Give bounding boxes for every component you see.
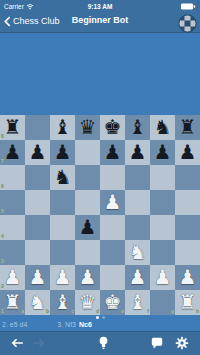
square-b6[interactable]	[25, 165, 50, 190]
square-e7[interactable]: ♟	[100, 140, 125, 165]
chess-board: ♜8♝♛♚♝♞♜♟7♟♟♟♟♟♟6♞5♟4♟3♞♟2♟♟♟♟♟♟♜1a♞b♝c♛…	[0, 115, 200, 315]
rank-label: 8	[1, 134, 4, 139]
file-label: h	[196, 309, 199, 314]
square-e6[interactable]	[100, 165, 125, 190]
piece-black-pawn[interactable]: ♟	[100, 140, 125, 165]
chess-app-screen: Carrier 9:13 AM Chess Club	[0, 0, 200, 355]
gear-icon	[175, 336, 189, 350]
piece-white-pawn[interactable]: ♟	[150, 265, 175, 290]
square-f5[interactable]	[125, 190, 150, 215]
square-b2[interactable]: ♟	[25, 265, 50, 290]
checkered-board-icon	[178, 14, 197, 33]
square-h1[interactable]: ♜h	[175, 290, 200, 315]
square-c4[interactable]	[50, 215, 75, 240]
square-a8[interactable]: ♜8	[0, 115, 25, 140]
piece-white-pawn[interactable]: ♟	[175, 265, 200, 290]
carrier-group: Carrier	[4, 3, 68, 10]
rank-label: 1	[1, 309, 4, 314]
piece-black-knight[interactable]: ♞	[150, 115, 175, 140]
chevron-left-icon	[4, 16, 11, 27]
rank-label: 2	[1, 284, 4, 289]
chat-button[interactable]	[147, 332, 167, 354]
square-c2[interactable]: ♟	[50, 265, 75, 290]
square-h6[interactable]	[175, 165, 200, 190]
square-b4[interactable]	[25, 215, 50, 240]
bottom-toolbar	[0, 331, 200, 355]
move-entry[interactable]: 3. Nf3Nc6	[57, 319, 92, 330]
file-label: c	[71, 309, 74, 314]
square-b1[interactable]: ♞b	[25, 290, 50, 315]
piece-black-pawn[interactable]: ♟	[25, 140, 50, 165]
square-b7[interactable]: ♟	[25, 140, 50, 165]
file-label: d	[96, 309, 99, 314]
square-f8[interactable]: ♝	[125, 115, 150, 140]
current-move-text: Nc6	[79, 321, 92, 328]
nav-bar: Chess Club Beginner Bot	[0, 12, 200, 34]
piece-black-pawn[interactable]: ♟	[75, 215, 100, 240]
move-list: 2. e5 d43. Nf3Nc6	[2, 319, 200, 330]
piece-black-pawn[interactable]: ♟	[150, 140, 175, 165]
square-h2[interactable]: ♟	[175, 265, 200, 290]
square-d5[interactable]	[75, 190, 100, 215]
file-label: b	[46, 309, 49, 314]
square-a6[interactable]: 6	[0, 165, 25, 190]
square-h5[interactable]	[175, 190, 200, 215]
square-g4[interactable]	[150, 215, 175, 240]
rank-label: 5	[1, 209, 4, 214]
piece-black-queen[interactable]: ♛	[75, 115, 100, 140]
page-title: Beginner Bot	[30, 15, 170, 25]
file-label: a	[21, 309, 24, 314]
square-g6[interactable]	[150, 165, 175, 190]
carrier-label: Carrier	[4, 3, 24, 10]
piece-black-rook[interactable]: ♜	[175, 115, 200, 140]
square-d4[interactable]: ♟	[75, 215, 100, 240]
move-text: 2. e5 d4	[2, 321, 27, 328]
piece-black-pawn[interactable]: ♟	[50, 140, 75, 165]
square-a5[interactable]: 5	[0, 190, 25, 215]
square-f2[interactable]: ♟	[125, 265, 150, 290]
square-b8[interactable]	[25, 115, 50, 140]
square-d3[interactable]	[75, 240, 100, 265]
square-h8[interactable]: ♜	[175, 115, 200, 140]
piece-black-bishop[interactable]: ♝	[50, 115, 75, 140]
square-g8[interactable]: ♞	[150, 115, 175, 140]
battery-group	[132, 3, 196, 10]
piece-white-pawn[interactable]: ♟	[25, 265, 50, 290]
square-h7[interactable]: ♟	[175, 140, 200, 165]
piece-white-pawn[interactable]: ♟	[125, 265, 150, 290]
move-back-button[interactable]	[7, 332, 27, 354]
square-d8[interactable]: ♛	[75, 115, 100, 140]
square-d7[interactable]	[75, 140, 100, 165]
board-theme-button[interactable]	[178, 14, 197, 33]
move-forward-button[interactable]	[29, 332, 49, 354]
piece-black-knight[interactable]: ♞	[50, 165, 75, 190]
piece-black-pawn[interactable]: ♟	[125, 140, 150, 165]
arrow-right-icon	[32, 338, 46, 348]
piece-white-pawn[interactable]: ♟	[75, 265, 100, 290]
file-label: f	[147, 309, 149, 314]
rank-label: 7	[1, 159, 4, 164]
square-c1[interactable]: ♝c	[50, 290, 75, 315]
settings-button[interactable]	[172, 332, 192, 354]
square-e1[interactable]: ♚e	[100, 290, 125, 315]
lightbulb-icon	[98, 336, 109, 350]
piece-black-king[interactable]: ♚	[100, 115, 125, 140]
square-a1[interactable]: ♜1a	[0, 290, 25, 315]
square-c6[interactable]: ♞	[50, 165, 75, 190]
square-g1[interactable]: g	[150, 290, 175, 315]
hint-button[interactable]	[93, 332, 113, 354]
status-bar: Carrier 9:13 AM	[0, 0, 200, 12]
square-f1[interactable]: ♝f	[125, 290, 150, 315]
rank-label: 4	[1, 234, 4, 239]
square-c7[interactable]: ♟	[50, 140, 75, 165]
square-e4[interactable]	[100, 215, 125, 240]
square-g5[interactable]	[150, 190, 175, 215]
square-g7[interactable]: ♟	[150, 140, 175, 165]
square-f6[interactable]	[125, 165, 150, 190]
square-b5[interactable]	[25, 190, 50, 215]
wifi-icon	[26, 3, 34, 10]
speech-bubble-icon	[150, 337, 164, 350]
square-e3[interactable]	[100, 240, 125, 265]
piece-white-knight[interactable]: ♞	[125, 240, 150, 265]
move-text: 3. Nf3	[57, 321, 76, 328]
move-entry[interactable]: 2. e5 d4	[2, 319, 27, 330]
square-e8[interactable]: ♚	[100, 115, 125, 140]
square-a7[interactable]: ♟7	[0, 140, 25, 165]
square-a3[interactable]: 3	[0, 240, 25, 265]
square-f3[interactable]: ♞	[125, 240, 150, 265]
square-d2[interactable]: ♟	[75, 265, 100, 290]
piece-white-bishop[interactable]: ♝	[125, 290, 150, 315]
battery-icon	[181, 3, 196, 10]
square-d1[interactable]: ♛d	[75, 290, 100, 315]
rank-label: 3	[1, 259, 4, 264]
square-e2[interactable]	[100, 265, 125, 290]
square-d6[interactable]	[75, 165, 100, 190]
square-b3[interactable]	[25, 240, 50, 265]
square-e5[interactable]: ♟	[100, 190, 125, 215]
piece-white-pawn[interactable]: ♟	[50, 265, 75, 290]
square-f7[interactable]: ♟	[125, 140, 150, 165]
square-h3[interactable]	[175, 240, 200, 265]
square-f4[interactable]	[125, 215, 150, 240]
square-a2[interactable]: ♟2	[0, 265, 25, 290]
arrow-left-icon	[10, 338, 24, 348]
header: Carrier 9:13 AM Chess Club	[0, 0, 200, 33]
clock: 9:13 AM	[68, 3, 132, 10]
square-h4[interactable]	[175, 215, 200, 240]
square-g3[interactable]	[150, 240, 175, 265]
square-a4[interactable]: 4	[0, 215, 25, 240]
square-c3[interactable]	[50, 240, 75, 265]
square-c8[interactable]: ♝	[50, 115, 75, 140]
file-label: e	[121, 309, 124, 314]
file-label: g	[171, 309, 174, 314]
square-g2[interactable]: ♟	[150, 265, 175, 290]
piece-white-pawn[interactable]: ♟	[100, 190, 125, 215]
square-c5[interactable]	[50, 190, 75, 215]
piece-black-pawn[interactable]: ♟	[175, 140, 200, 165]
piece-black-bishop[interactable]: ♝	[125, 115, 150, 140]
rank-label: 6	[1, 184, 4, 189]
